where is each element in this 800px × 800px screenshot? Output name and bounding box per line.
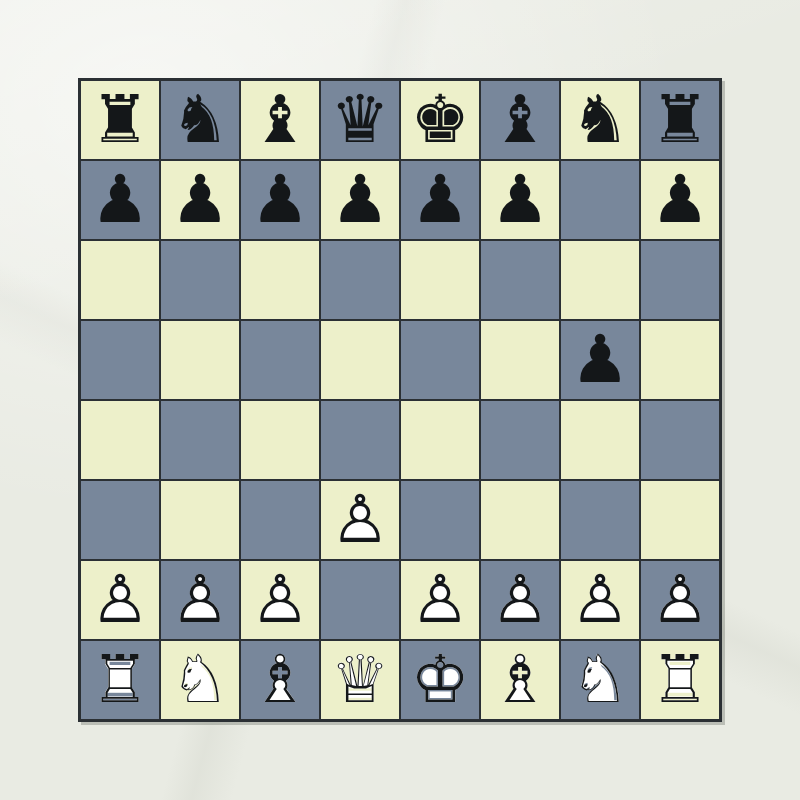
square-f5[interactable]	[480, 320, 560, 400]
piece-white-bishop[interactable]: ♝♗	[241, 641, 319, 719]
square-c3[interactable]	[240, 480, 320, 560]
pawn-glyph-fill: ♟	[641, 161, 719, 239]
piece-white-pawn[interactable]: ♟♙	[481, 561, 559, 639]
square-c2[interactable]: ♟♙	[240, 560, 320, 640]
square-d6[interactable]	[320, 240, 400, 320]
piece-black-pawn[interactable]: ♟	[241, 161, 319, 239]
piece-white-pawn[interactable]: ♟♙	[161, 561, 239, 639]
bishop-glyph-outline: ♗	[481, 641, 559, 719]
pawn-glyph-fill: ♟	[401, 161, 479, 239]
bishop-glyph-fill: ♝	[481, 81, 559, 159]
square-g7[interactable]	[560, 160, 640, 240]
piece-black-pawn[interactable]: ♟	[321, 161, 399, 239]
square-h2[interactable]: ♟♙	[640, 560, 720, 640]
rook-glyph-outline: ♖	[641, 641, 719, 719]
square-e3[interactable]	[400, 480, 480, 560]
piece-black-knight[interactable]: ♞	[161, 81, 239, 159]
square-d5[interactable]	[320, 320, 400, 400]
pawn-glyph-fill: ♟	[241, 161, 319, 239]
rook-glyph-outline: ♖	[81, 641, 159, 719]
page-background: { "game": "chess", "position": { "fen": …	[0, 0, 800, 800]
piece-black-king[interactable]: ♚	[401, 81, 479, 159]
piece-black-bishop[interactable]: ♝	[481, 81, 559, 159]
piece-white-pawn[interactable]: ♟♙	[641, 561, 719, 639]
square-a5[interactable]	[80, 320, 160, 400]
square-d1[interactable]: ♛♕	[320, 640, 400, 720]
square-b3[interactable]	[160, 480, 240, 560]
knight-glyph-fill: ♞	[561, 81, 639, 159]
square-b2[interactable]: ♟♙	[160, 560, 240, 640]
pawn-glyph-fill: ♟	[481, 161, 559, 239]
king-glyph-fill: ♚	[401, 81, 479, 159]
piece-white-pawn[interactable]: ♟♙	[81, 561, 159, 639]
piece-white-pawn[interactable]: ♟♙	[401, 561, 479, 639]
pawn-glyph-outline: ♙	[321, 481, 399, 559]
square-a7[interactable]: ♟	[80, 160, 160, 240]
square-h1[interactable]: ♜♖	[640, 640, 720, 720]
square-g8[interactable]: ♞	[560, 80, 640, 160]
knight-glyph-outline: ♘	[561, 641, 639, 719]
square-h5[interactable]	[640, 320, 720, 400]
king-glyph-outline: ♔	[401, 641, 479, 719]
piece-black-bishop[interactable]: ♝	[241, 81, 319, 159]
square-a2[interactable]: ♟♙	[80, 560, 160, 640]
piece-white-pawn[interactable]: ♟♙	[321, 481, 399, 559]
square-g1[interactable]: ♞♘	[560, 640, 640, 720]
bishop-glyph-fill: ♝	[241, 81, 319, 159]
square-c1[interactable]: ♝♗	[240, 640, 320, 720]
square-d2[interactable]	[320, 560, 400, 640]
piece-white-rook[interactable]: ♜♖	[641, 641, 719, 719]
square-b4[interactable]	[160, 400, 240, 480]
pawn-glyph-fill: ♟	[561, 321, 639, 399]
square-h8[interactable]: ♜	[640, 80, 720, 160]
pawn-glyph-outline: ♙	[641, 561, 719, 639]
square-a4[interactable]	[80, 400, 160, 480]
piece-white-bishop[interactable]: ♝♗	[481, 641, 559, 719]
square-e6[interactable]	[400, 240, 480, 320]
square-h7[interactable]: ♟	[640, 160, 720, 240]
chess-board: ♜♞♝♛♚♝♞♜♟♟♟♟♟♟♟♟♟♙♟♙♟♙♟♙♟♙♟♙♟♙♟♙♜♖♞♘♝♗♛♕…	[78, 78, 722, 722]
knight-glyph-outline: ♘	[161, 641, 239, 719]
square-b1[interactable]: ♞♘	[160, 640, 240, 720]
square-g3[interactable]	[560, 480, 640, 560]
square-g4[interactable]	[560, 400, 640, 480]
knight-glyph-fill: ♞	[161, 81, 239, 159]
square-e5[interactable]	[400, 320, 480, 400]
square-a6[interactable]	[80, 240, 160, 320]
pawn-glyph-fill: ♟	[321, 161, 399, 239]
piece-black-knight[interactable]: ♞	[561, 81, 639, 159]
piece-white-rook[interactable]: ♜♖	[81, 641, 159, 719]
pawn-glyph-outline: ♙	[481, 561, 559, 639]
square-g6[interactable]	[560, 240, 640, 320]
square-f4[interactable]	[480, 400, 560, 480]
pawn-glyph-outline: ♙	[161, 561, 239, 639]
piece-black-rook[interactable]: ♜	[81, 81, 159, 159]
square-b5[interactable]	[160, 320, 240, 400]
pawn-glyph-outline: ♙	[561, 561, 639, 639]
square-g2[interactable]: ♟♙	[560, 560, 640, 640]
square-d4[interactable]	[320, 400, 400, 480]
square-g5[interactable]: ♟	[560, 320, 640, 400]
pawn-glyph-outline: ♙	[241, 561, 319, 639]
square-d3[interactable]: ♟♙	[320, 480, 400, 560]
square-f7[interactable]: ♟	[480, 160, 560, 240]
square-c6[interactable]	[240, 240, 320, 320]
square-f8[interactable]: ♝	[480, 80, 560, 160]
square-f2[interactable]: ♟♙	[480, 560, 560, 640]
square-a8[interactable]: ♜	[80, 80, 160, 160]
square-f3[interactable]	[480, 480, 560, 560]
piece-black-pawn[interactable]: ♟	[481, 161, 559, 239]
square-c7[interactable]: ♟	[240, 160, 320, 240]
rook-glyph-fill: ♜	[81, 81, 159, 159]
piece-black-pawn[interactable]: ♟	[641, 161, 719, 239]
square-e7[interactable]: ♟	[400, 160, 480, 240]
pawn-glyph-fill: ♟	[81, 161, 159, 239]
square-c8[interactable]: ♝	[240, 80, 320, 160]
square-c5[interactable]	[240, 320, 320, 400]
piece-white-pawn[interactable]: ♟♙	[561, 561, 639, 639]
square-e2[interactable]: ♟♙	[400, 560, 480, 640]
pawn-glyph-outline: ♙	[81, 561, 159, 639]
pawn-glyph-fill: ♟	[161, 161, 239, 239]
square-h4[interactable]	[640, 400, 720, 480]
square-b8[interactable]: ♞	[160, 80, 240, 160]
square-e1[interactable]: ♚♔	[400, 640, 480, 720]
queen-glyph-outline: ♕	[321, 641, 399, 719]
square-a1[interactable]: ♜♖	[80, 640, 160, 720]
square-h6[interactable]	[640, 240, 720, 320]
piece-black-pawn[interactable]: ♟	[81, 161, 159, 239]
pawn-glyph-outline: ♙	[401, 561, 479, 639]
rook-glyph-fill: ♜	[641, 81, 719, 159]
square-e4[interactable]	[400, 400, 480, 480]
piece-black-pawn[interactable]: ♟	[401, 161, 479, 239]
queen-glyph-fill: ♛	[321, 81, 399, 159]
piece-white-queen[interactable]: ♛♕	[321, 641, 399, 719]
square-b7[interactable]: ♟	[160, 160, 240, 240]
piece-white-king[interactable]: ♚♔	[401, 641, 479, 719]
square-a3[interactable]	[80, 480, 160, 560]
square-f6[interactable]	[480, 240, 560, 320]
square-b6[interactable]	[160, 240, 240, 320]
piece-black-pawn[interactable]: ♟	[561, 321, 639, 399]
piece-black-pawn[interactable]: ♟	[161, 161, 239, 239]
square-d7[interactable]: ♟	[320, 160, 400, 240]
square-e8[interactable]: ♚	[400, 80, 480, 160]
square-h3[interactable]	[640, 480, 720, 560]
square-f1[interactable]: ♝♗	[480, 640, 560, 720]
bishop-glyph-outline: ♗	[241, 641, 319, 719]
square-c4[interactable]	[240, 400, 320, 480]
piece-white-knight[interactable]: ♞♘	[161, 641, 239, 719]
piece-black-rook[interactable]: ♜	[641, 81, 719, 159]
piece-white-knight[interactable]: ♞♘	[561, 641, 639, 719]
piece-white-pawn[interactable]: ♟♙	[241, 561, 319, 639]
piece-black-queen[interactable]: ♛	[321, 81, 399, 159]
square-d8[interactable]: ♛	[320, 80, 400, 160]
